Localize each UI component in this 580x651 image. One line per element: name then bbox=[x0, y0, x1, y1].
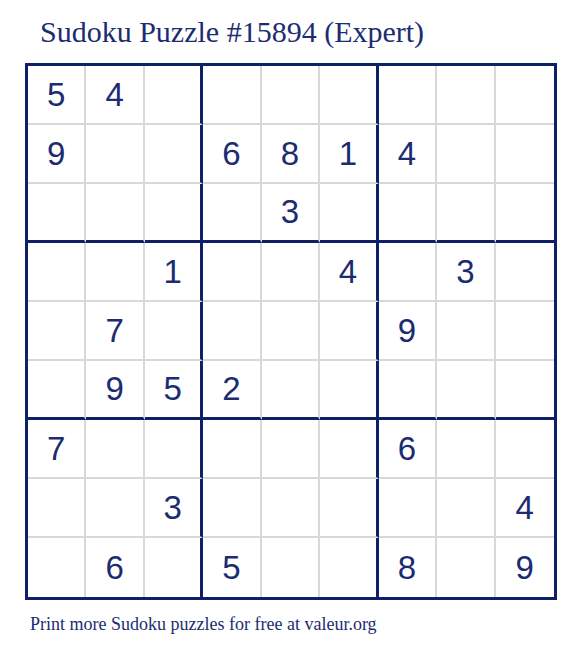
cell-r8c4[interactable] bbox=[203, 479, 261, 538]
cell-r7c4[interactable] bbox=[203, 420, 261, 479]
sudoku-board: 549681431437995276346589 bbox=[25, 63, 557, 600]
cell-r6c6[interactable] bbox=[320, 361, 378, 420]
cell-r1c8[interactable] bbox=[437, 66, 495, 125]
cell-r8c9[interactable]: 4 bbox=[496, 479, 554, 538]
cell-r3c7[interactable] bbox=[379, 184, 437, 243]
cell-r1c7[interactable] bbox=[379, 66, 437, 125]
cell-r5c9[interactable] bbox=[496, 302, 554, 361]
cell-r9c6[interactable] bbox=[320, 538, 378, 597]
page-title: Sudoku Puzzle #15894 (Expert) bbox=[40, 15, 580, 49]
cell-r6c4[interactable]: 2 bbox=[203, 361, 261, 420]
cell-r5c5[interactable] bbox=[262, 302, 320, 361]
cell-r2c6[interactable]: 1 bbox=[320, 125, 378, 184]
cell-r9c4[interactable]: 5 bbox=[203, 538, 261, 597]
cell-r8c6[interactable] bbox=[320, 479, 378, 538]
cell-r9c2[interactable]: 6 bbox=[86, 538, 144, 597]
cell-r5c8[interactable] bbox=[437, 302, 495, 361]
cell-r9c7[interactable]: 8 bbox=[379, 538, 437, 597]
cell-r3c1[interactable] bbox=[28, 184, 86, 243]
cell-r6c5[interactable] bbox=[262, 361, 320, 420]
cell-r3c2[interactable] bbox=[86, 184, 144, 243]
cell-r1c3[interactable] bbox=[145, 66, 203, 125]
cell-r9c5[interactable] bbox=[262, 538, 320, 597]
cell-r8c7[interactable] bbox=[379, 479, 437, 538]
cell-r2c1[interactable]: 9 bbox=[28, 125, 86, 184]
cell-r9c8[interactable] bbox=[437, 538, 495, 597]
cell-r4c3[interactable]: 1 bbox=[145, 243, 203, 302]
cell-r3c6[interactable] bbox=[320, 184, 378, 243]
cell-r7c2[interactable] bbox=[86, 420, 144, 479]
cell-r6c9[interactable] bbox=[496, 361, 554, 420]
cell-r1c6[interactable] bbox=[320, 66, 378, 125]
cell-r9c3[interactable] bbox=[145, 538, 203, 597]
cell-r2c2[interactable] bbox=[86, 125, 144, 184]
cell-r2c7[interactable]: 4 bbox=[379, 125, 437, 184]
cell-r1c9[interactable] bbox=[496, 66, 554, 125]
footer-note: Print more Sudoku puzzles for free at va… bbox=[30, 613, 580, 635]
cell-r8c3[interactable]: 3 bbox=[145, 479, 203, 538]
cell-r7c5[interactable] bbox=[262, 420, 320, 479]
cell-r8c5[interactable] bbox=[262, 479, 320, 538]
cell-r2c8[interactable] bbox=[437, 125, 495, 184]
cell-r9c1[interactable] bbox=[28, 538, 86, 597]
cell-r4c7[interactable] bbox=[379, 243, 437, 302]
cell-r2c4[interactable]: 6 bbox=[203, 125, 261, 184]
cell-r7c8[interactable] bbox=[437, 420, 495, 479]
cell-r4c9[interactable] bbox=[496, 243, 554, 302]
cell-r4c8[interactable]: 3 bbox=[437, 243, 495, 302]
cell-r5c1[interactable] bbox=[28, 302, 86, 361]
cell-r1c2[interactable]: 4 bbox=[86, 66, 144, 125]
cell-r7c1[interactable]: 7 bbox=[28, 420, 86, 479]
cell-r8c8[interactable] bbox=[437, 479, 495, 538]
cell-r9c9[interactable]: 9 bbox=[496, 538, 554, 597]
cell-r3c4[interactable] bbox=[203, 184, 261, 243]
cell-r5c4[interactable] bbox=[203, 302, 261, 361]
cell-r1c4[interactable] bbox=[203, 66, 261, 125]
cell-r7c3[interactable] bbox=[145, 420, 203, 479]
cell-r4c5[interactable] bbox=[262, 243, 320, 302]
cell-r3c9[interactable] bbox=[496, 184, 554, 243]
cell-r7c9[interactable] bbox=[496, 420, 554, 479]
cell-r7c7[interactable]: 6 bbox=[379, 420, 437, 479]
cell-r5c7[interactable]: 9 bbox=[379, 302, 437, 361]
cell-r5c3[interactable] bbox=[145, 302, 203, 361]
cell-r1c5[interactable] bbox=[262, 66, 320, 125]
cell-r6c7[interactable] bbox=[379, 361, 437, 420]
cell-r5c6[interactable] bbox=[320, 302, 378, 361]
cell-r4c2[interactable] bbox=[86, 243, 144, 302]
cell-r5c2[interactable]: 7 bbox=[86, 302, 144, 361]
cell-r6c8[interactable] bbox=[437, 361, 495, 420]
cell-r8c1[interactable] bbox=[28, 479, 86, 538]
cell-r6c1[interactable] bbox=[28, 361, 86, 420]
cell-r3c3[interactable] bbox=[145, 184, 203, 243]
cell-r4c6[interactable]: 4 bbox=[320, 243, 378, 302]
cell-r6c2[interactable]: 9 bbox=[86, 361, 144, 420]
cell-r8c2[interactable] bbox=[86, 479, 144, 538]
cell-r7c6[interactable] bbox=[320, 420, 378, 479]
cell-r3c8[interactable] bbox=[437, 184, 495, 243]
cell-r2c3[interactable] bbox=[145, 125, 203, 184]
cell-r6c3[interactable]: 5 bbox=[145, 361, 203, 420]
cell-r4c1[interactable] bbox=[28, 243, 86, 302]
cell-r1c1[interactable]: 5 bbox=[28, 66, 86, 125]
cell-r4c4[interactable] bbox=[203, 243, 261, 302]
cell-r3c5[interactable]: 3 bbox=[262, 184, 320, 243]
cell-r2c5[interactable]: 8 bbox=[262, 125, 320, 184]
cell-r2c9[interactable] bbox=[496, 125, 554, 184]
